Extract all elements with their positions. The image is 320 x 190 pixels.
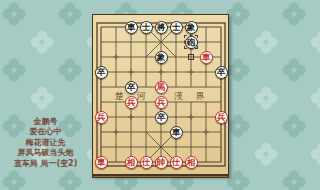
piece-red-advisor[interactable]: 仕 bbox=[170, 156, 183, 169]
piece-black-soldier[interactable]: 卒 bbox=[125, 81, 138, 94]
piece-black-advisor[interactable]: 士 bbox=[140, 21, 153, 34]
piece-red-elephant[interactable]: 相 bbox=[185, 156, 198, 169]
piece-red-soldier[interactable]: 兵 bbox=[95, 111, 108, 124]
piece-red-soldier[interactable]: 兵 bbox=[155, 96, 168, 109]
river-label-right: 漢 界 bbox=[174, 90, 205, 103]
annotation-line: 金鹏号 bbox=[0, 117, 91, 127]
last-move-origin-marker bbox=[188, 54, 194, 60]
board-bottom-edge bbox=[92, 175, 229, 178]
annotation-line: 爱在心中 bbox=[0, 127, 91, 137]
piece-black-cannon[interactable]: 砲 bbox=[185, 36, 198, 49]
piece-grid[interactable]: 車士將士象砲象車卒卒卒馬兵兵兵卒兵車車相仕帥仕相 bbox=[94, 20, 229, 170]
piece-red-soldier[interactable]: 兵 bbox=[215, 111, 228, 124]
piece-black-chariot[interactable]: 車 bbox=[125, 21, 138, 34]
piece-black-chariot[interactable]: 車 bbox=[170, 126, 183, 139]
game-annotation: 金鹏号 爱在心中 梅花谱让先 屏风马破当头炮 直车局 局一(变2) bbox=[0, 117, 91, 169]
annotation-line: 梅花谱让先 bbox=[0, 138, 91, 148]
piece-black-general[interactable]: 將 bbox=[155, 21, 168, 34]
piece-black-advisor[interactable]: 士 bbox=[170, 21, 183, 34]
piece-red-horse[interactable]: 馬 bbox=[155, 81, 168, 94]
piece-red-general[interactable]: 帥 bbox=[155, 156, 168, 169]
annotation-line: 直车局 局一(变2) bbox=[0, 159, 91, 169]
piece-red-elephant[interactable]: 相 bbox=[125, 156, 138, 169]
piece-red-advisor[interactable]: 仕 bbox=[140, 156, 153, 169]
piece-red-chariot[interactable]: 車 bbox=[95, 156, 108, 169]
annotation-line: 屏风马破当头炮 bbox=[0, 148, 91, 158]
piece-red-soldier[interactable]: 兵 bbox=[125, 96, 138, 109]
xiangqi-board[interactable]: 楚 河 漢 界 車士將士象砲象車卒卒卒馬兵兵兵卒兵車車相仕帥仕相 bbox=[92, 14, 229, 175]
piece-black-soldier[interactable]: 卒 bbox=[95, 66, 108, 79]
piece-black-elephant[interactable]: 象 bbox=[185, 21, 198, 34]
piece-black-soldier[interactable]: 卒 bbox=[215, 66, 228, 79]
piece-black-elephant[interactable]: 象 bbox=[155, 51, 168, 64]
piece-black-soldier[interactable]: 卒 bbox=[155, 111, 168, 124]
piece-red-chariot[interactable]: 車 bbox=[200, 51, 213, 64]
